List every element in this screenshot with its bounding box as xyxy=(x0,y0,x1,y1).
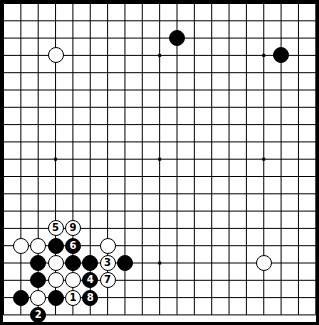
stone-black-C3 xyxy=(30,272,46,288)
go-board-diagram: 596347182 xyxy=(0,0,319,325)
stone-black-R16 xyxy=(273,47,289,63)
stone-black-D5 xyxy=(48,238,64,254)
move-3-stone-white-G4: 3 xyxy=(100,255,116,271)
move-9-stone-white-E6: 9 xyxy=(65,220,81,236)
stone-white-D16 xyxy=(48,47,64,63)
stone-black-D2 xyxy=(48,290,64,306)
move-number: 8 xyxy=(87,292,94,302)
stone-black-B2 xyxy=(13,290,29,306)
stone-black-E4 xyxy=(65,255,81,271)
move-number: 6 xyxy=(69,240,76,250)
move-number: 3 xyxy=(104,257,111,267)
stone-white-C2 xyxy=(30,290,46,306)
move-5-stone-white-D6: 5 xyxy=(48,220,64,236)
stone-white-B5 xyxy=(13,238,29,254)
move-4-stone-black-F3: 4 xyxy=(82,272,98,288)
move-8-stone-black-F2: 8 xyxy=(82,290,98,306)
stone-white-D4 xyxy=(48,255,64,271)
stone-white-G5 xyxy=(100,238,116,254)
stone-black-H4 xyxy=(117,255,133,271)
stone-white-C5 xyxy=(30,238,46,254)
stone-black-L17 xyxy=(169,30,185,46)
move-1-stone-white-E2: 1 xyxy=(65,290,81,306)
move-number: 5 xyxy=(52,223,59,233)
move-number: 2 xyxy=(35,309,42,319)
stone-black-F4 xyxy=(82,255,98,271)
move-number: 1 xyxy=(69,292,76,302)
move-6-stone-black-E5: 6 xyxy=(65,238,81,254)
move-7-stone-white-G3: 7 xyxy=(100,272,116,288)
stone-layer: 596347182 xyxy=(0,0,319,324)
move-number: 7 xyxy=(104,275,111,285)
stone-white-Q4 xyxy=(256,255,272,271)
stone-white-D3 xyxy=(48,272,64,288)
move-number: 9 xyxy=(69,223,76,233)
stone-white-E3 xyxy=(65,272,81,288)
move-number: 4 xyxy=(87,275,94,285)
move-2-stone-black-C1: 2 xyxy=(30,307,46,323)
stone-black-C4 xyxy=(30,255,46,271)
